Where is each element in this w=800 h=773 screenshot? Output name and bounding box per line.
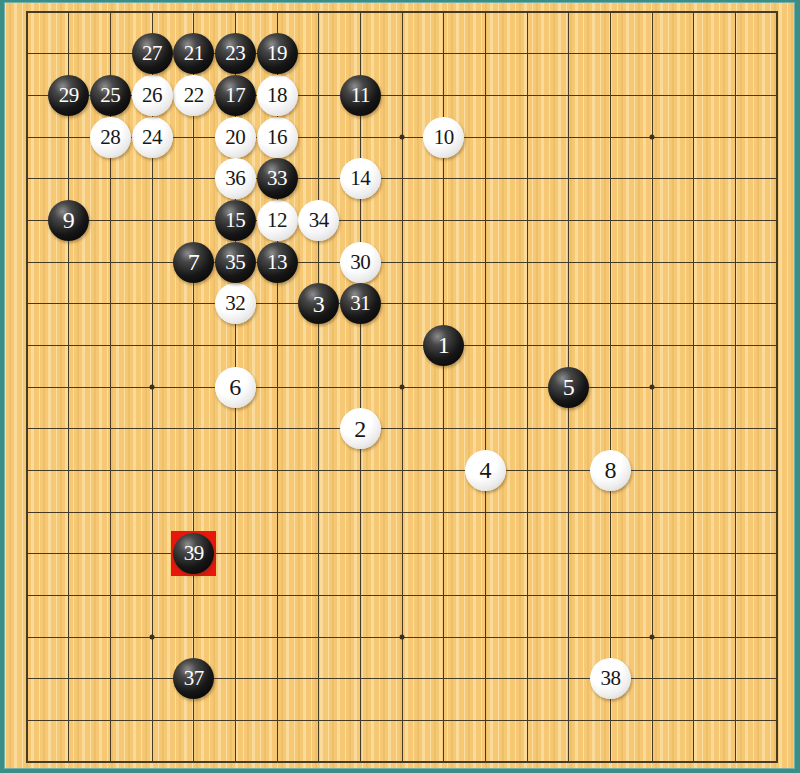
move-number: 5: [563, 375, 575, 399]
move-number: 8: [604, 458, 616, 482]
move-number: 23: [225, 43, 245, 64]
move-number: 11: [351, 85, 370, 106]
stone-white-22[interactable]: 22: [173, 75, 214, 116]
intersection-F12[interactable]: 32: [215, 283, 257, 325]
stone-white-38[interactable]: 38: [590, 658, 631, 699]
move-number: 28: [100, 127, 120, 148]
stone-white-30[interactable]: 30: [340, 242, 381, 283]
intersection-O10[interactable]: 5: [548, 366, 590, 408]
intersection-F18[interactable]: 23: [215, 33, 257, 75]
intersection-F17[interactable]: 17: [215, 75, 257, 117]
stone-white-10[interactable]: 10: [423, 117, 464, 158]
intersection-G13[interactable]: 13: [256, 241, 298, 283]
move-number: 27: [142, 43, 162, 64]
stone-white-18[interactable]: 18: [257, 75, 298, 116]
move-number: 9: [63, 208, 75, 232]
move-number: 34: [309, 210, 329, 231]
move-number: 10: [434, 127, 454, 148]
move-number: 36: [225, 168, 245, 189]
move-number: 32: [225, 293, 245, 314]
stone-black-11[interactable]: 11: [340, 75, 381, 116]
stone-white-36[interactable]: 36: [215, 158, 256, 199]
intersection-D17[interactable]: 26: [131, 75, 173, 117]
stone-black-21[interactable]: 21: [173, 33, 214, 74]
intersection-E13[interactable]: 7: [173, 241, 215, 283]
stone-white-14[interactable]: 14: [340, 158, 381, 199]
intersection-G14[interactable]: 12: [256, 200, 298, 242]
move-number: 35: [225, 252, 245, 273]
intersection-P8[interactable]: 8: [590, 450, 632, 492]
move-number: 26: [142, 85, 162, 106]
stone-white-32[interactable]: 32: [215, 283, 256, 324]
stones-grid: 1234567891011121314151617181920212223242…: [6, 0, 798, 773]
stone-white-6[interactable]: 6: [215, 367, 256, 408]
stone-white-8[interactable]: 8: [590, 450, 631, 491]
go-board[interactable]: 1234567891011121314151617181920212223242…: [5, 3, 794, 768]
move-number: 22: [184, 85, 204, 106]
intersection-J13[interactable]: 30: [340, 241, 382, 283]
stone-white-34[interactable]: 34: [298, 200, 339, 241]
stone-black-15[interactable]: 15: [215, 200, 256, 241]
intersection-G18[interactable]: 19: [256, 33, 298, 75]
stone-white-12[interactable]: 12: [257, 200, 298, 241]
intersection-L16[interactable]: 10: [423, 116, 465, 158]
stone-white-4[interactable]: 4: [465, 450, 506, 491]
intersection-H14[interactable]: 34: [298, 200, 340, 242]
stone-white-24[interactable]: 24: [132, 117, 173, 158]
stone-white-20[interactable]: 20: [215, 117, 256, 158]
move-number: 16: [267, 127, 287, 148]
intersection-C17[interactable]: 25: [90, 75, 132, 117]
move-number: 6: [229, 375, 241, 399]
stone-white-26[interactable]: 26: [132, 75, 173, 116]
intersection-E17[interactable]: 22: [173, 75, 215, 117]
intersection-J17[interactable]: 11: [340, 75, 382, 117]
move-number: 1: [438, 333, 450, 357]
intersection-E18[interactable]: 21: [173, 33, 215, 75]
intersection-P3[interactable]: 38: [590, 658, 632, 700]
stone-white-2[interactable]: 2: [340, 408, 381, 449]
stone-black-3[interactable]: 3: [298, 283, 339, 324]
move-number: 14: [350, 168, 370, 189]
move-number: 18: [267, 85, 287, 106]
move-number: 19: [267, 43, 287, 64]
move-number: 39: [184, 543, 204, 564]
intersection-H12[interactable]: 3: [298, 283, 340, 325]
intersection-E3[interactable]: 37: [173, 658, 215, 700]
move-number: 17: [225, 85, 245, 106]
stone-black-19[interactable]: 19: [257, 33, 298, 74]
move-number: 30: [350, 252, 370, 273]
stone-black-35[interactable]: 35: [215, 242, 256, 283]
stone-black-5[interactable]: 5: [548, 367, 589, 408]
intersection-B17[interactable]: 29: [48, 75, 90, 117]
stone-black-37[interactable]: 37: [173, 658, 214, 699]
move-number: 4: [479, 458, 491, 482]
move-number: 25: [100, 85, 120, 106]
intersection-J9[interactable]: 2: [340, 408, 382, 450]
intersection-D16[interactable]: 24: [131, 116, 173, 158]
stone-black-27[interactable]: 27: [132, 33, 173, 74]
stone-black-7[interactable]: 7: [173, 242, 214, 283]
intersection-G17[interactable]: 18: [256, 75, 298, 117]
move-number: 20: [225, 127, 245, 148]
intersection-E6[interactable]: 39: [173, 533, 215, 575]
intersection-D18[interactable]: 27: [131, 33, 173, 75]
move-number: 3: [313, 292, 325, 316]
stone-black-9[interactable]: 9: [48, 200, 89, 241]
intersection-L11[interactable]: 1: [423, 325, 465, 367]
stone-white-28[interactable]: 28: [90, 117, 131, 158]
move-number: 29: [59, 85, 79, 106]
stone-black-29[interactable]: 29: [48, 75, 89, 116]
intersection-C16[interactable]: 28: [90, 116, 132, 158]
stone-black-25[interactable]: 25: [90, 75, 131, 116]
stone-white-16[interactable]: 16: [257, 117, 298, 158]
intersection-F10[interactable]: 6: [215, 366, 257, 408]
intersection-J15[interactable]: 14: [340, 158, 382, 200]
move-number: 24: [142, 127, 162, 148]
move-number: 15: [225, 210, 245, 231]
intersection-B14[interactable]: 9: [48, 200, 90, 242]
move-number: 13: [267, 252, 287, 273]
move-number: 7: [188, 250, 200, 274]
move-number: 33: [267, 168, 287, 189]
intersection-M8[interactable]: 4: [465, 450, 507, 492]
move-number: 38: [600, 668, 620, 689]
stone-black-33[interactable]: 33: [257, 158, 298, 199]
stone-black-13[interactable]: 13: [257, 242, 298, 283]
stone-black-17[interactable]: 17: [215, 75, 256, 116]
intersection-G15[interactable]: 33: [256, 158, 298, 200]
stone-black-23[interactable]: 23: [215, 33, 256, 74]
move-number: 37: [184, 668, 204, 689]
move-number: 12: [267, 210, 287, 231]
intersection-F15[interactable]: 36: [215, 158, 257, 200]
intersection-G16[interactable]: 16: [256, 116, 298, 158]
intersection-F16[interactable]: 20: [215, 116, 257, 158]
move-number: 2: [354, 417, 366, 441]
move-number: 31: [350, 293, 370, 314]
intersection-F14[interactable]: 15: [215, 200, 257, 242]
intersection-J12[interactable]: 31: [340, 283, 382, 325]
stone-black-1[interactable]: 1: [423, 325, 464, 366]
stone-black-31[interactable]: 31: [340, 283, 381, 324]
move-number: 21: [184, 43, 204, 64]
intersection-F13[interactable]: 35: [215, 241, 257, 283]
board-frame: 1234567891011121314151617181920212223242…: [0, 0, 800, 773]
